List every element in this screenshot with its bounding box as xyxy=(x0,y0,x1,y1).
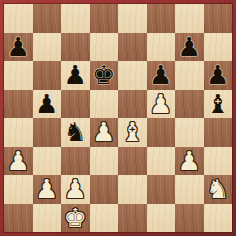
square-f6[interactable]: ♟︎ xyxy=(147,61,176,90)
square-h3[interactable] xyxy=(204,147,233,176)
square-a1[interactable] xyxy=(4,204,33,233)
square-a2[interactable] xyxy=(4,175,33,204)
square-h4[interactable] xyxy=(204,118,233,147)
black-bishop[interactable]: ♝ xyxy=(204,90,233,119)
square-d3[interactable] xyxy=(90,147,119,176)
square-e4[interactable]: ♝ xyxy=(118,118,147,147)
black-pawn[interactable]: ♟︎ xyxy=(4,33,33,62)
black-pawn[interactable]: ♟︎ xyxy=(204,61,233,90)
square-b2[interactable]: ♟︎ xyxy=(33,175,62,204)
square-g8[interactable] xyxy=(175,4,204,33)
square-f2[interactable] xyxy=(147,175,176,204)
square-f4[interactable] xyxy=(147,118,176,147)
chess-board: ♟︎♟︎♟︎♚♟︎♟︎♟︎♟︎♝♞♟︎♝♟︎♟︎♟︎♟︎♞♚ xyxy=(4,4,232,232)
black-king[interactable]: ♚ xyxy=(90,61,119,90)
square-b4[interactable] xyxy=(33,118,62,147)
square-e6[interactable] xyxy=(118,61,147,90)
square-g3[interactable]: ♟︎ xyxy=(175,147,204,176)
square-b3[interactable] xyxy=(33,147,62,176)
square-h2[interactable]: ♞ xyxy=(204,175,233,204)
square-d6[interactable]: ♚ xyxy=(90,61,119,90)
square-f3[interactable] xyxy=(147,147,176,176)
square-f7[interactable] xyxy=(147,33,176,62)
square-f8[interactable] xyxy=(147,4,176,33)
square-d7[interactable] xyxy=(90,33,119,62)
square-c8[interactable] xyxy=(61,4,90,33)
square-f1[interactable] xyxy=(147,204,176,233)
square-c3[interactable] xyxy=(61,147,90,176)
square-d4[interactable]: ♟︎ xyxy=(90,118,119,147)
square-a3[interactable]: ♟︎ xyxy=(4,147,33,176)
square-g2[interactable] xyxy=(175,175,204,204)
square-g1[interactable] xyxy=(175,204,204,233)
white-pawn[interactable]: ♟︎ xyxy=(61,175,90,204)
square-c1[interactable]: ♚ xyxy=(61,204,90,233)
black-knight[interactable]: ♞ xyxy=(61,118,90,147)
square-h8[interactable] xyxy=(204,4,233,33)
square-a7[interactable]: ♟︎ xyxy=(4,33,33,62)
square-e5[interactable] xyxy=(118,90,147,119)
white-king[interactable]: ♚ xyxy=(61,204,90,233)
square-f5[interactable]: ♟︎ xyxy=(147,90,176,119)
square-b7[interactable] xyxy=(33,33,62,62)
square-a4[interactable] xyxy=(4,118,33,147)
square-a8[interactable] xyxy=(4,4,33,33)
square-c2[interactable]: ♟︎ xyxy=(61,175,90,204)
black-pawn[interactable]: ♟︎ xyxy=(61,61,90,90)
black-pawn[interactable]: ♟︎ xyxy=(147,61,176,90)
square-b5[interactable]: ♟︎ xyxy=(33,90,62,119)
square-h7[interactable] xyxy=(204,33,233,62)
square-e8[interactable] xyxy=(118,4,147,33)
square-a6[interactable] xyxy=(4,61,33,90)
black-pawn[interactable]: ♟︎ xyxy=(33,90,62,119)
white-pawn[interactable]: ♟︎ xyxy=(33,175,62,204)
white-bishop[interactable]: ♝ xyxy=(118,118,147,147)
square-g5[interactable] xyxy=(175,90,204,119)
square-d5[interactable] xyxy=(90,90,119,119)
square-g6[interactable] xyxy=(175,61,204,90)
square-b8[interactable] xyxy=(33,4,62,33)
square-e2[interactable] xyxy=(118,175,147,204)
square-c4[interactable]: ♞ xyxy=(61,118,90,147)
white-pawn[interactable]: ♟︎ xyxy=(4,147,33,176)
square-h1[interactable] xyxy=(204,204,233,233)
square-d8[interactable] xyxy=(90,4,119,33)
square-c7[interactable] xyxy=(61,33,90,62)
square-d1[interactable] xyxy=(90,204,119,233)
white-pawn[interactable]: ♟︎ xyxy=(175,147,204,176)
square-d2[interactable] xyxy=(90,175,119,204)
square-a5[interactable] xyxy=(4,90,33,119)
board-frame: ♟︎♟︎♟︎♚♟︎♟︎♟︎♟︎♝♞♟︎♝♟︎♟︎♟︎♟︎♞♚ xyxy=(0,0,236,236)
square-e7[interactable] xyxy=(118,33,147,62)
white-pawn[interactable]: ♟︎ xyxy=(147,90,176,119)
square-c6[interactable]: ♟︎ xyxy=(61,61,90,90)
square-e1[interactable] xyxy=(118,204,147,233)
square-b6[interactable] xyxy=(33,61,62,90)
square-g7[interactable]: ♟︎ xyxy=(175,33,204,62)
square-b1[interactable] xyxy=(33,204,62,233)
white-knight[interactable]: ♞ xyxy=(204,175,233,204)
square-g4[interactable] xyxy=(175,118,204,147)
square-c5[interactable] xyxy=(61,90,90,119)
white-pawn[interactable]: ♟︎ xyxy=(90,118,119,147)
black-pawn[interactable]: ♟︎ xyxy=(175,33,204,62)
square-h5[interactable]: ♝ xyxy=(204,90,233,119)
square-h6[interactable]: ♟︎ xyxy=(204,61,233,90)
square-e3[interactable] xyxy=(118,147,147,176)
